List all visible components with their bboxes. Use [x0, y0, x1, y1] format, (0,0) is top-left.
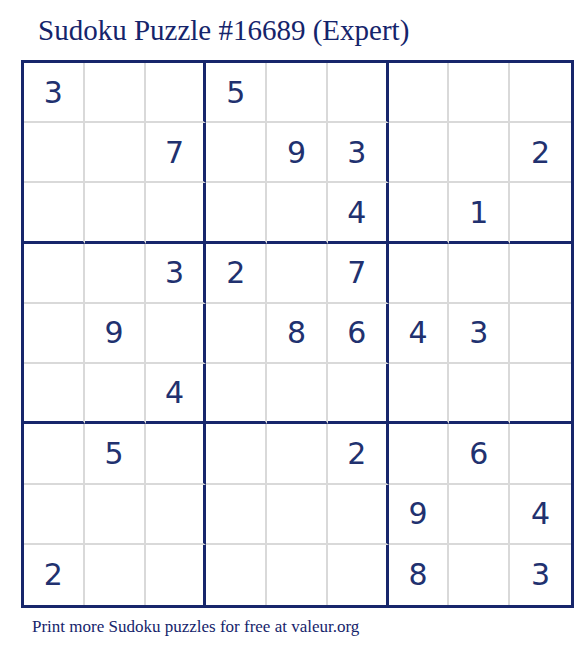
cell-r2c5: 9 — [267, 123, 328, 183]
cell-r5c7: 4 — [389, 304, 450, 364]
page-title: Sudoku Puzzle #16689 (Expert) — [38, 14, 409, 47]
cell-r2c9: 2 — [510, 123, 571, 183]
cell-r6c7 — [389, 364, 450, 424]
cell-r8c1 — [24, 485, 85, 545]
cell-r1c9 — [510, 63, 571, 123]
cell-r4c3: 3 — [146, 244, 207, 304]
cell-r4c2 — [85, 244, 146, 304]
cell-r3c3 — [146, 183, 207, 243]
cell-r2c8 — [449, 123, 510, 183]
sudoku-grid: 3579324132798643452694283 — [21, 60, 574, 608]
cell-r5c8: 3 — [449, 304, 510, 364]
cell-r5c5: 8 — [267, 304, 328, 364]
cell-r1c4: 5 — [206, 63, 267, 123]
cell-r9c1: 2 — [24, 545, 85, 605]
cell-r4c7 — [389, 244, 450, 304]
footer-credit: Print more Sudoku puzzles for free at va… — [32, 617, 359, 637]
cell-r5c6: 6 — [328, 304, 389, 364]
cell-r6c8 — [449, 364, 510, 424]
cell-r5c3 — [146, 304, 207, 364]
cell-r7c4 — [206, 424, 267, 484]
cell-r8c5 — [267, 485, 328, 545]
cell-r2c1 — [24, 123, 85, 183]
cell-r6c1 — [24, 364, 85, 424]
cell-r9c8 — [449, 545, 510, 605]
cell-r2c3: 7 — [146, 123, 207, 183]
cell-r2c6: 3 — [328, 123, 389, 183]
cell-r4c6: 7 — [328, 244, 389, 304]
cell-r2c7 — [389, 123, 450, 183]
cell-r1c2 — [85, 63, 146, 123]
cell-r5c1 — [24, 304, 85, 364]
cell-r7c6: 2 — [328, 424, 389, 484]
cell-r8c8 — [449, 485, 510, 545]
cell-r3c2 — [85, 183, 146, 243]
cell-r6c9 — [510, 364, 571, 424]
cell-r3c4 — [206, 183, 267, 243]
cell-r3c8: 1 — [449, 183, 510, 243]
cell-r2c2 — [85, 123, 146, 183]
cell-r6c5 — [267, 364, 328, 424]
cell-r8c6 — [328, 485, 389, 545]
cell-r8c3 — [146, 485, 207, 545]
cell-r9c5 — [267, 545, 328, 605]
cell-r9c7: 8 — [389, 545, 450, 605]
cell-r6c2 — [85, 364, 146, 424]
cell-r9c9: 3 — [510, 545, 571, 605]
cell-r3c5 — [267, 183, 328, 243]
cell-r9c4 — [206, 545, 267, 605]
page: Sudoku Puzzle #16689 (Expert) 3579324132… — [0, 0, 580, 651]
cell-r7c7 — [389, 424, 450, 484]
cell-r2c4 — [206, 123, 267, 183]
cell-r8c7: 9 — [389, 485, 450, 545]
cell-r3c9 — [510, 183, 571, 243]
cell-r4c9 — [510, 244, 571, 304]
cell-r1c8 — [449, 63, 510, 123]
cell-r6c4 — [206, 364, 267, 424]
cell-r1c1: 3 — [24, 63, 85, 123]
cell-r1c6 — [328, 63, 389, 123]
cell-r6c3: 4 — [146, 364, 207, 424]
cell-r6c6 — [328, 364, 389, 424]
cell-r5c2: 9 — [85, 304, 146, 364]
cell-r4c4: 2 — [206, 244, 267, 304]
cell-r4c1 — [24, 244, 85, 304]
cell-r3c6: 4 — [328, 183, 389, 243]
cell-r4c8 — [449, 244, 510, 304]
cell-r7c3 — [146, 424, 207, 484]
cell-r1c3 — [146, 63, 207, 123]
cell-r1c7 — [389, 63, 450, 123]
cell-r9c6 — [328, 545, 389, 605]
cell-r5c9 — [510, 304, 571, 364]
cell-r8c4 — [206, 485, 267, 545]
cell-r9c3 — [146, 545, 207, 605]
cell-r4c5 — [267, 244, 328, 304]
cell-r7c8: 6 — [449, 424, 510, 484]
cell-r5c4 — [206, 304, 267, 364]
cell-r7c2: 5 — [85, 424, 146, 484]
cell-r7c5 — [267, 424, 328, 484]
cell-r3c1 — [24, 183, 85, 243]
cell-r9c2 — [85, 545, 146, 605]
cell-r8c2 — [85, 485, 146, 545]
cell-r7c9 — [510, 424, 571, 484]
cell-r1c5 — [267, 63, 328, 123]
cell-r3c7 — [389, 183, 450, 243]
cell-r8c9: 4 — [510, 485, 571, 545]
cell-r7c1 — [24, 424, 85, 484]
